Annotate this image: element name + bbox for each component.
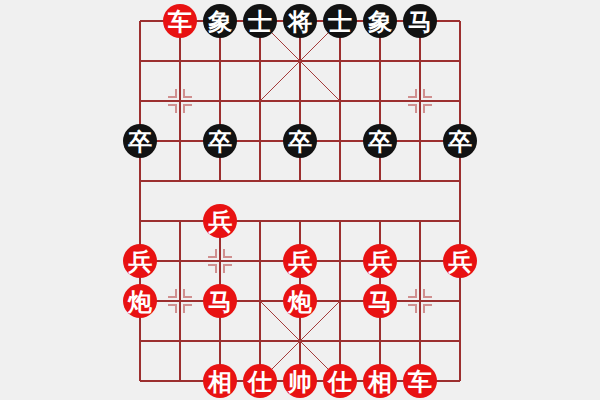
point-c6r6[interactable]: 兵 [360,241,400,281]
point-c0r2[interactable] [120,81,160,121]
point-c0r3[interactable]: 卒 [120,121,160,161]
point-c1r5[interactable] [160,201,200,241]
board-points: 车象士将士象马卒卒卒卒卒兵兵兵兵兵炮马炮马相仕帅仕相车 [120,1,480,400]
piece-red-horse[interactable]: 马 [203,284,237,318]
point-c3r9[interactable]: 仕 [240,361,280,400]
point-c3r8[interactable] [240,321,280,361]
point-c4r0[interactable]: 将 [280,1,320,41]
piece-black-advisor[interactable]: 士 [243,4,277,38]
point-c1r8[interactable] [160,321,200,361]
point-c4r5[interactable] [280,201,320,241]
point-c2r0[interactable]: 象 [200,1,240,41]
point-c0r5[interactable] [120,201,160,241]
point-c7r7[interactable] [400,281,440,321]
point-c8r3[interactable]: 卒 [440,121,480,161]
point-c8r2[interactable] [440,81,480,121]
point-c8r4[interactable] [440,161,480,201]
point-c4r2[interactable] [280,81,320,121]
piece-red-chariot[interactable]: 车 [163,4,197,38]
point-c7r2[interactable] [400,81,440,121]
point-c3r3[interactable] [240,121,280,161]
point-c1r3[interactable] [160,121,200,161]
point-c6r5[interactable] [360,201,400,241]
point-c8r6[interactable]: 兵 [440,241,480,281]
point-c7r4[interactable] [400,161,440,201]
xiangqi-board: 车象士将士象马卒卒卒卒卒兵兵兵兵兵炮马炮马相仕帅仕相车 [0,0,600,400]
point-c4r8[interactable] [280,321,320,361]
point-c3r6[interactable] [240,241,280,281]
point-c1r4[interactable] [160,161,200,201]
point-c6r4[interactable] [360,161,400,201]
piece-black-elephant[interactable]: 象 [203,4,237,38]
piece-red-advisor[interactable]: 仕 [243,364,277,398]
point-c0r4[interactable] [120,161,160,201]
point-c8r0[interactable] [440,1,480,41]
point-c4r4[interactable] [280,161,320,201]
point-c3r4[interactable] [240,161,280,201]
point-c4r6[interactable]: 兵 [280,241,320,281]
point-c2r9[interactable]: 相 [200,361,240,400]
point-c7r1[interactable] [400,41,440,81]
point-c1r7[interactable] [160,281,200,321]
piece-black-soldier[interactable]: 卒 [123,124,157,158]
point-c6r2[interactable] [360,81,400,121]
point-c3r5[interactable] [240,201,280,241]
point-c1r6[interactable] [160,241,200,281]
point-c5r8[interactable] [320,321,360,361]
piece-red-soldier[interactable]: 兵 [363,244,397,278]
point-c5r0[interactable]: 士 [320,1,360,41]
piece-red-horse[interactable]: 马 [363,284,397,318]
point-c5r7[interactable] [320,281,360,321]
piece-red-elephant[interactable]: 相 [203,364,237,398]
point-c3r7[interactable] [240,281,280,321]
piece-black-advisor[interactable]: 士 [323,4,357,38]
piece-red-soldier[interactable]: 兵 [283,244,317,278]
point-c6r9[interactable]: 相 [360,361,400,400]
point-c5r6[interactable] [320,241,360,281]
piece-red-cannon[interactable]: 炮 [123,284,157,318]
point-c6r1[interactable] [360,41,400,81]
piece-red-general[interactable]: 帅 [283,364,317,398]
point-c2r3[interactable]: 卒 [200,121,240,161]
piece-red-elephant[interactable]: 相 [363,364,397,398]
point-c4r3[interactable]: 卒 [280,121,320,161]
point-c0r0[interactable] [120,1,160,41]
point-c5r5[interactable] [320,201,360,241]
piece-red-soldier[interactable]: 兵 [203,204,237,238]
piece-red-soldier[interactable]: 兵 [443,244,477,278]
point-c0r8[interactable] [120,321,160,361]
point-c1r1[interactable] [160,41,200,81]
point-c2r2[interactable] [200,81,240,121]
point-c1r0[interactable]: 车 [160,1,200,41]
point-c7r5[interactable] [400,201,440,241]
point-c6r8[interactable] [360,321,400,361]
point-c0r6[interactable]: 兵 [120,241,160,281]
point-c2r6[interactable] [200,241,240,281]
piece-black-soldier[interactable]: 卒 [443,124,477,158]
point-c4r7[interactable]: 炮 [280,281,320,321]
point-c5r2[interactable] [320,81,360,121]
point-c5r1[interactable] [320,41,360,81]
point-c2r7[interactable]: 马 [200,281,240,321]
point-c2r5[interactable]: 兵 [200,201,240,241]
point-c0r1[interactable] [120,41,160,81]
point-c7r8[interactable] [400,321,440,361]
point-c6r0[interactable]: 象 [360,1,400,41]
point-c6r3[interactable]: 卒 [360,121,400,161]
point-c3r0[interactable]: 士 [240,1,280,41]
point-c4r9[interactable]: 帅 [280,361,320,400]
point-c6r7[interactable]: 马 [360,281,400,321]
point-c2r4[interactable] [200,161,240,201]
piece-red-cannon[interactable]: 炮 [283,284,317,318]
point-c1r9[interactable] [160,361,200,400]
point-c7r3[interactable] [400,121,440,161]
piece-black-horse[interactable]: 马 [403,4,437,38]
point-c7r6[interactable] [400,241,440,281]
point-c5r9[interactable]: 仕 [320,361,360,400]
point-c5r4[interactable] [320,161,360,201]
point-c8r5[interactable] [440,201,480,241]
point-c4r1[interactable] [280,41,320,81]
piece-red-chariot[interactable]: 车 [403,364,437,398]
point-c3r2[interactable] [240,81,280,121]
point-c5r3[interactable] [320,121,360,161]
point-c7r9[interactable]: 车 [400,361,440,400]
piece-black-soldier[interactable]: 卒 [363,124,397,158]
piece-black-soldier[interactable]: 卒 [283,124,317,158]
point-c2r8[interactable] [200,321,240,361]
point-c7r0[interactable]: 马 [400,1,440,41]
piece-red-advisor[interactable]: 仕 [323,364,357,398]
point-c2r1[interactable] [200,41,240,81]
point-c0r7[interactable]: 炮 [120,281,160,321]
point-c8r8[interactable] [440,321,480,361]
piece-black-elephant[interactable]: 象 [363,4,397,38]
point-c8r7[interactable] [440,281,480,321]
point-c8r1[interactable] [440,41,480,81]
point-c3r1[interactable] [240,41,280,81]
point-c8r9[interactable] [440,361,480,400]
point-c1r2[interactable] [160,81,200,121]
piece-black-soldier[interactable]: 卒 [203,124,237,158]
piece-black-general[interactable]: 将 [283,4,317,38]
point-c0r9[interactable] [120,361,160,400]
piece-red-soldier[interactable]: 兵 [123,244,157,278]
